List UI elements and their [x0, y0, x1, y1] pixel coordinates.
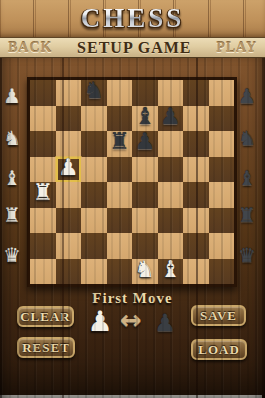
square-f1[interactable]: ♝	[158, 259, 184, 285]
tray-black-pawn[interactable]: ♟	[235, 83, 259, 109]
white-rook: ♜	[32, 181, 53, 204]
square-d8[interactable]	[107, 80, 133, 106]
square-c5[interactable]	[81, 157, 107, 183]
black-rook: ♜	[109, 130, 130, 153]
square-g7[interactable]	[183, 106, 209, 132]
square-c8[interactable]: ♞	[81, 80, 107, 106]
tray-white-bishop[interactable]: ♝	[0, 165, 24, 191]
square-b7[interactable]	[56, 106, 82, 132]
swap-arrow-icon: ↔	[113, 308, 149, 332]
square-g2[interactable]	[183, 233, 209, 259]
square-f8[interactable]	[158, 80, 184, 106]
square-b4[interactable]	[56, 182, 82, 208]
square-d7[interactable]	[107, 106, 133, 132]
black-bishop: ♝	[134, 105, 155, 128]
square-e3[interactable]	[132, 208, 158, 234]
title-bar: CHESS	[0, 0, 265, 37]
tray-white-queen[interactable]: ♛	[0, 242, 24, 268]
square-b6[interactable]	[56, 131, 82, 157]
square-d5[interactable]	[107, 157, 133, 183]
square-g4[interactable]	[183, 182, 209, 208]
reset-button[interactable]: RESET	[17, 337, 75, 358]
square-f4[interactable]	[158, 182, 184, 208]
square-d4[interactable]	[107, 182, 133, 208]
white-bishop: ♝	[160, 258, 181, 281]
tray-black-knight[interactable]: ♞	[235, 125, 259, 151]
square-b8[interactable]	[56, 80, 82, 106]
tray-black-bishop[interactable]: ♝	[235, 165, 259, 191]
black-knight: ♞	[83, 79, 104, 102]
square-g3[interactable]	[183, 208, 209, 234]
tray-black-queen[interactable]: ♛	[235, 242, 259, 268]
square-c1[interactable]	[81, 259, 107, 285]
square-a4[interactable]: ♜	[30, 182, 56, 208]
play-button[interactable]: PLAY	[216, 40, 257, 56]
square-c3[interactable]	[81, 208, 107, 234]
square-h8[interactable]	[209, 80, 235, 106]
board: ♞♝♟♜♟♟♜♞♝	[27, 77, 237, 287]
nav-bar: BACK SETUP GAME PLAY	[0, 37, 265, 58]
square-a8[interactable]	[30, 80, 56, 106]
square-c7[interactable]	[81, 106, 107, 132]
square-a5[interactable]	[30, 157, 56, 183]
white-pawn: ♟	[58, 156, 79, 179]
tray-white-knight[interactable]: ♞	[0, 125, 24, 151]
app-title: CHESS	[81, 5, 185, 32]
square-b5[interactable]: ♟	[56, 157, 82, 183]
square-e8[interactable]	[132, 80, 158, 106]
square-a1[interactable]	[30, 259, 56, 285]
square-g8[interactable]	[183, 80, 209, 106]
square-h5[interactable]	[209, 157, 235, 183]
first-move-white-pawn[interactable]: ♟	[85, 306, 115, 338]
square-g6[interactable]	[183, 131, 209, 157]
white-knight: ♞	[134, 258, 155, 281]
square-d2[interactable]	[107, 233, 133, 259]
black-pawn: ♟	[134, 130, 155, 153]
app-screen: CHESS BACK SETUP GAME PLAY ♞♝♟♜♟♟♜♞♝ ♟♞♝…	[0, 0, 265, 398]
clear-button[interactable]: CLEAR	[17, 306, 74, 327]
square-f6[interactable]	[158, 131, 184, 157]
square-b2[interactable]	[56, 233, 82, 259]
square-h3[interactable]	[209, 208, 235, 234]
tray-white-rook[interactable]: ♜	[0, 202, 24, 228]
square-g5[interactable]	[183, 157, 209, 183]
first-move-black-pawn[interactable]: ♟	[152, 309, 178, 337]
square-h4[interactable]	[209, 182, 235, 208]
square-b3[interactable]	[56, 208, 82, 234]
tray-black-rook[interactable]: ♜	[235, 202, 259, 228]
square-h6[interactable]	[209, 131, 235, 157]
square-a6[interactable]	[30, 131, 56, 157]
square-h7[interactable]	[209, 106, 235, 132]
square-g1[interactable]	[183, 259, 209, 285]
tray-white-pawn[interactable]: ♟	[0, 83, 24, 109]
square-f2[interactable]	[158, 233, 184, 259]
square-e7[interactable]: ♝	[132, 106, 158, 132]
square-e5[interactable]	[132, 157, 158, 183]
back-button[interactable]: BACK	[8, 40, 52, 56]
square-e2[interactable]	[132, 233, 158, 259]
save-button[interactable]: SAVE	[191, 305, 246, 326]
square-d3[interactable]	[107, 208, 133, 234]
square-e4[interactable]	[132, 182, 158, 208]
square-f7[interactable]: ♟	[158, 106, 184, 132]
square-d1[interactable]	[107, 259, 133, 285]
square-e6[interactable]: ♟	[132, 131, 158, 157]
square-d6[interactable]: ♜	[107, 131, 133, 157]
square-a7[interactable]	[30, 106, 56, 132]
square-c6[interactable]	[81, 131, 107, 157]
square-c2[interactable]	[81, 233, 107, 259]
square-a3[interactable]	[30, 208, 56, 234]
square-c4[interactable]	[81, 182, 107, 208]
square-f3[interactable]	[158, 208, 184, 234]
square-f5[interactable]	[158, 157, 184, 183]
square-e1[interactable]: ♞	[132, 259, 158, 285]
page-title: SETUP GAME	[77, 39, 191, 57]
square-h2[interactable]	[209, 233, 235, 259]
load-button[interactable]: LOAD	[191, 339, 247, 360]
black-pawn: ♟	[160, 105, 181, 128]
square-b1[interactable]	[56, 259, 82, 285]
square-a2[interactable]	[30, 233, 56, 259]
square-h1[interactable]	[209, 259, 235, 285]
